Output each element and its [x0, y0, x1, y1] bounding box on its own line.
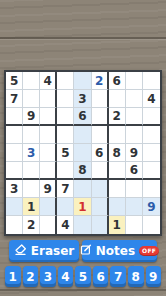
cell-r7c1[interactable]: 3 — [6, 180, 23, 198]
cell-r2c4[interactable] — [57, 90, 74, 108]
numpad-button-4[interactable]: 4 — [58, 266, 74, 287]
cell-r6c6[interactable] — [92, 162, 109, 180]
cell-r6c3[interactable] — [40, 162, 57, 180]
cell-r8c3[interactable] — [40, 198, 57, 216]
cell-r4c2[interactable] — [23, 126, 40, 144]
cell-r1c8[interactable] — [126, 72, 143, 90]
cell-r6c7[interactable] — [109, 162, 126, 180]
cell-r5c5[interactable] — [74, 144, 91, 162]
cell-r6c9[interactable] — [143, 162, 160, 180]
cell-r8c6[interactable] — [92, 198, 109, 216]
cell-r2c2[interactable] — [23, 90, 40, 108]
cell-r1c9[interactable] — [143, 72, 160, 90]
numpad-button-3[interactable]: 3 — [40, 266, 56, 287]
cell-r5c7[interactable]: 8 — [109, 144, 126, 162]
numpad-button-1[interactable]: 1 — [5, 266, 21, 287]
numpad-button-5[interactable]: 5 — [75, 266, 91, 287]
cell-r4c3[interactable] — [40, 126, 57, 144]
cell-r6c4[interactable] — [57, 162, 74, 180]
numpad-button-2[interactable]: 2 — [23, 266, 39, 287]
cell-r2c6[interactable] — [92, 90, 109, 108]
cell-r4c1[interactable] — [6, 126, 23, 144]
cell-r3c9[interactable] — [143, 108, 160, 126]
cell-r3c6[interactable] — [92, 108, 109, 126]
cell-r9c1[interactable] — [6, 216, 23, 234]
cell-r1c6[interactable]: 2 — [92, 72, 109, 90]
cell-r6c5[interactable]: 8 — [74, 162, 91, 180]
cell-r4c8[interactable] — [126, 126, 143, 144]
notes-button[interactable]: Notes OFF — [82, 240, 157, 262]
cell-r4c6[interactable] — [92, 126, 109, 144]
cell-r9c4[interactable]: 4 — [57, 216, 74, 234]
sudoku-app-screen: 54267349623568986397119241 Eraser Notes … — [0, 0, 166, 296]
cell-r1c1[interactable]: 5 — [6, 72, 23, 90]
number-pad: 123456789 — [5, 266, 161, 287]
cell-r2c7[interactable] — [109, 90, 126, 108]
cell-r7c2[interactable] — [23, 180, 40, 198]
cell-r3c1[interactable] — [6, 108, 23, 126]
cell-r7c6[interactable] — [92, 180, 109, 198]
cell-r8c2[interactable]: 1 — [23, 198, 40, 216]
cell-r5c3[interactable] — [40, 144, 57, 162]
cell-r9c2[interactable]: 2 — [23, 216, 40, 234]
cell-r6c2[interactable] — [23, 162, 40, 180]
cell-r1c7[interactable]: 6 — [109, 72, 126, 90]
cell-r9c9[interactable] — [143, 216, 160, 234]
cell-r5c4[interactable]: 5 — [57, 144, 74, 162]
cell-r3c2[interactable]: 9 — [23, 108, 40, 126]
cell-r3c3[interactable] — [40, 108, 57, 126]
eraser-icon — [14, 243, 27, 259]
cell-r8c1[interactable] — [6, 198, 23, 216]
cell-r3c5[interactable]: 6 — [74, 108, 91, 126]
numpad-button-6[interactable]: 6 — [93, 266, 109, 287]
cell-r4c4[interactable] — [57, 126, 74, 144]
toolbar: Eraser Notes OFF — [0, 240, 166, 262]
numpad-button-7[interactable]: 7 — [110, 266, 126, 287]
cell-r5c9[interactable] — [143, 144, 160, 162]
cell-r1c5[interactable] — [74, 72, 91, 90]
cell-r2c9[interactable]: 4 — [143, 90, 160, 108]
cell-r3c8[interactable] — [126, 108, 143, 126]
eraser-button[interactable]: Eraser — [9, 240, 79, 262]
cell-r5c8[interactable]: 9 — [126, 144, 143, 162]
cell-r6c1[interactable] — [6, 162, 23, 180]
cell-r8c9[interactable]: 9 — [143, 198, 160, 216]
cell-r8c8[interactable] — [126, 198, 143, 216]
cell-r9c7[interactable]: 1 — [109, 216, 126, 234]
cell-r6c8[interactable]: 6 — [126, 162, 143, 180]
cell-r7c7[interactable] — [109, 180, 126, 198]
cell-r9c5[interactable] — [74, 216, 91, 234]
eraser-label: Eraser — [31, 244, 74, 258]
cell-r8c5[interactable]: 1 — [74, 198, 91, 216]
pencil-square-icon — [80, 243, 92, 259]
cell-r1c2[interactable] — [23, 72, 40, 90]
cell-r8c7[interactable] — [109, 198, 126, 216]
cell-r9c8[interactable] — [126, 216, 143, 234]
cell-r4c7[interactable] — [109, 126, 126, 144]
notes-off-badge: OFF — [139, 246, 159, 256]
cell-r2c8[interactable] — [126, 90, 143, 108]
cell-r2c1[interactable]: 7 — [6, 90, 23, 108]
cell-r5c1[interactable] — [6, 144, 23, 162]
cell-r3c7[interactable]: 2 — [109, 108, 126, 126]
cell-r1c4[interactable] — [57, 72, 74, 90]
numpad-button-9[interactable]: 9 — [146, 266, 162, 287]
cell-r5c6[interactable]: 6 — [92, 144, 109, 162]
numpad-button-8[interactable]: 8 — [128, 266, 144, 287]
cell-r4c9[interactable] — [143, 126, 160, 144]
cell-r7c3[interactable]: 9 — [40, 180, 57, 198]
cell-r9c3[interactable] — [40, 216, 57, 234]
notes-label: Notes — [96, 244, 135, 258]
cell-r7c5[interactable] — [74, 180, 91, 198]
cell-r8c4[interactable] — [57, 198, 74, 216]
cell-r5c2[interactable]: 3 — [23, 144, 40, 162]
cell-r7c9[interactable] — [143, 180, 160, 198]
cell-r7c4[interactable]: 7 — [57, 180, 74, 198]
cell-r4c5[interactable] — [74, 126, 91, 144]
cell-r7c8[interactable] — [126, 180, 143, 198]
cell-r9c6[interactable] — [92, 216, 109, 234]
cell-r1c3[interactable]: 4 — [40, 72, 57, 90]
cell-r2c5[interactable]: 3 — [74, 90, 91, 108]
cell-r3c4[interactable] — [57, 108, 74, 126]
sudoku-board: 54267349623568986397119241 — [4, 70, 162, 236]
cell-r2c3[interactable] — [40, 90, 57, 108]
